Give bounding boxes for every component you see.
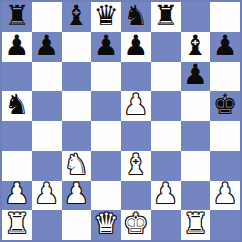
square-a5[interactable]: ♞ bbox=[2, 91, 32, 121]
square-f3[interactable] bbox=[151, 151, 181, 181]
square-a4[interactable] bbox=[2, 121, 32, 151]
white-pawn-b2[interactable]: ♟ bbox=[34, 181, 59, 209]
square-d1[interactable]: ♛ bbox=[91, 210, 121, 240]
square-d4[interactable] bbox=[91, 121, 121, 151]
square-b6[interactable] bbox=[32, 62, 62, 92]
chess-board: ♜♝♛♞♜♟♟♟♟♝♟♟♞♟♚♞♝♟♟♟♟♟♜♛♚♜ bbox=[0, 0, 242, 242]
white-knight-c3[interactable]: ♞ bbox=[64, 151, 89, 179]
black-queen-d8[interactable]: ♛ bbox=[94, 2, 119, 30]
square-a2[interactable]: ♟ bbox=[2, 181, 32, 211]
square-f4[interactable] bbox=[151, 121, 181, 151]
square-a6[interactable] bbox=[2, 62, 32, 92]
black-pawn-g6[interactable]: ♟ bbox=[183, 62, 208, 90]
square-d8[interactable]: ♛ bbox=[91, 2, 121, 32]
square-e5[interactable]: ♟ bbox=[121, 91, 151, 121]
square-h6[interactable] bbox=[210, 62, 240, 92]
square-g6[interactable]: ♟ bbox=[181, 62, 211, 92]
square-h2[interactable]: ♟ bbox=[210, 181, 240, 211]
square-c4[interactable] bbox=[62, 121, 92, 151]
square-e3[interactable]: ♝ bbox=[121, 151, 151, 181]
white-pawn-f2[interactable]: ♟ bbox=[153, 181, 178, 209]
square-a1[interactable]: ♜ bbox=[2, 210, 32, 240]
square-e1[interactable]: ♚ bbox=[121, 210, 151, 240]
square-g3[interactable] bbox=[181, 151, 211, 181]
square-d6[interactable] bbox=[91, 62, 121, 92]
square-h7[interactable]: ♟ bbox=[210, 32, 240, 62]
square-c8[interactable]: ♝ bbox=[62, 2, 92, 32]
white-pawn-h2[interactable]: ♟ bbox=[213, 181, 238, 209]
square-b5[interactable] bbox=[32, 91, 62, 121]
square-h3[interactable] bbox=[210, 151, 240, 181]
square-g1[interactable]: ♜ bbox=[181, 210, 211, 240]
square-g5[interactable] bbox=[181, 91, 211, 121]
square-d7[interactable]: ♟ bbox=[91, 32, 121, 62]
square-e4[interactable] bbox=[121, 121, 151, 151]
white-rook-g1[interactable]: ♜ bbox=[183, 210, 208, 238]
black-rook-f8[interactable]: ♜ bbox=[153, 2, 178, 30]
white-queen-d1[interactable]: ♛ bbox=[94, 210, 119, 238]
black-king-h5[interactable]: ♚ bbox=[213, 91, 238, 119]
black-bishop-g7[interactable]: ♝ bbox=[183, 32, 208, 60]
black-pawn-d7[interactable]: ♟ bbox=[94, 32, 119, 60]
square-a3[interactable] bbox=[2, 151, 32, 181]
square-b7[interactable]: ♟ bbox=[32, 32, 62, 62]
square-a7[interactable]: ♟ bbox=[2, 32, 32, 62]
white-bishop-e3[interactable]: ♝ bbox=[123, 151, 148, 179]
square-c2[interactable]: ♟ bbox=[62, 181, 92, 211]
square-g8[interactable] bbox=[181, 2, 211, 32]
square-f5[interactable] bbox=[151, 91, 181, 121]
square-d2[interactable] bbox=[91, 181, 121, 211]
chess-board-grid: ♜♝♛♞♜♟♟♟♟♝♟♟♞♟♚♞♝♟♟♟♟♟♜♛♚♜ bbox=[2, 2, 240, 240]
square-g7[interactable]: ♝ bbox=[181, 32, 211, 62]
square-c7[interactable] bbox=[62, 32, 92, 62]
square-c3[interactable]: ♞ bbox=[62, 151, 92, 181]
white-pawn-e5[interactable]: ♟ bbox=[123, 91, 148, 119]
square-e6[interactable] bbox=[121, 62, 151, 92]
square-c1[interactable] bbox=[62, 210, 92, 240]
square-d3[interactable] bbox=[91, 151, 121, 181]
white-pawn-a2[interactable]: ♟ bbox=[4, 181, 29, 209]
square-h1[interactable] bbox=[210, 210, 240, 240]
black-pawn-e7[interactable]: ♟ bbox=[123, 32, 148, 60]
black-pawn-b7[interactable]: ♟ bbox=[34, 32, 59, 60]
square-e7[interactable]: ♟ bbox=[121, 32, 151, 62]
square-b3[interactable] bbox=[32, 151, 62, 181]
white-king-e1[interactable]: ♚ bbox=[123, 210, 148, 238]
square-f2[interactable]: ♟ bbox=[151, 181, 181, 211]
square-g4[interactable] bbox=[181, 121, 211, 151]
square-e8[interactable]: ♞ bbox=[121, 2, 151, 32]
square-c5[interactable] bbox=[62, 91, 92, 121]
square-h8[interactable] bbox=[210, 2, 240, 32]
white-rook-a1[interactable]: ♜ bbox=[4, 210, 29, 238]
square-c6[interactable] bbox=[62, 62, 92, 92]
square-h4[interactable] bbox=[210, 121, 240, 151]
square-e2[interactable] bbox=[121, 181, 151, 211]
white-pawn-c2[interactable]: ♟ bbox=[64, 181, 89, 209]
square-f6[interactable] bbox=[151, 62, 181, 92]
square-b8[interactable] bbox=[32, 2, 62, 32]
square-a8[interactable]: ♜ bbox=[2, 2, 32, 32]
black-pawn-a7[interactable]: ♟ bbox=[4, 32, 29, 60]
black-rook-a8[interactable]: ♜ bbox=[4, 2, 29, 30]
square-b2[interactable]: ♟ bbox=[32, 181, 62, 211]
square-b4[interactable] bbox=[32, 121, 62, 151]
square-d5[interactable] bbox=[91, 91, 121, 121]
square-f1[interactable] bbox=[151, 210, 181, 240]
square-g2[interactable] bbox=[181, 181, 211, 211]
square-h5[interactable]: ♚ bbox=[210, 91, 240, 121]
square-f8[interactable]: ♜ bbox=[151, 2, 181, 32]
black-knight-a5[interactable]: ♞ bbox=[4, 91, 29, 119]
black-knight-e8[interactable]: ♞ bbox=[123, 2, 148, 30]
square-b1[interactable] bbox=[32, 210, 62, 240]
black-bishop-c8[interactable]: ♝ bbox=[64, 2, 89, 30]
square-f7[interactable] bbox=[151, 32, 181, 62]
black-pawn-h7[interactable]: ♟ bbox=[213, 32, 238, 60]
